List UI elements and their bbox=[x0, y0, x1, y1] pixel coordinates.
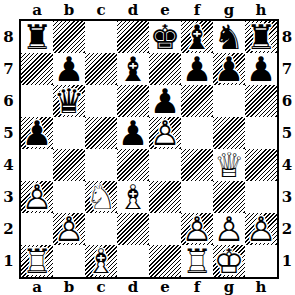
square-c5[interactable] bbox=[85, 117, 117, 149]
rank-label-right-3: 3 bbox=[279, 181, 295, 213]
rank-label-right-4: 4 bbox=[279, 149, 295, 181]
square-a5[interactable]: ♟♟ bbox=[21, 117, 53, 149]
file-labels-bottom: abcdefgh bbox=[21, 279, 277, 295]
square-b2[interactable]: ♟♙ bbox=[53, 213, 85, 245]
piece-glyph: ♟ bbox=[213, 53, 245, 85]
piece-glyph: ♖ bbox=[181, 245, 213, 277]
rank-label-left-3: 3 bbox=[0, 181, 17, 213]
square-g6[interactable] bbox=[213, 85, 245, 117]
chess-diagram: abcdefgh 87654321 ♜♜♚♚♝♝♞♞♜♜♟♟♝♝♟♟♟♟♟♟♛♛… bbox=[0, 0, 295, 295]
piece-glyph: ♟ bbox=[181, 53, 213, 85]
rank-label-left-4: 4 bbox=[0, 149, 17, 181]
square-c8[interactable] bbox=[85, 21, 117, 53]
file-label-bottom-c: c bbox=[85, 279, 117, 295]
square-f6[interactable] bbox=[181, 85, 213, 117]
square-d5[interactable]: ♟♟ bbox=[117, 117, 149, 149]
piece-white-pawn[interactable]: ♟♙ bbox=[149, 117, 181, 149]
piece-glyph: ♗ bbox=[117, 181, 149, 213]
rank-labels-left: 87654321 bbox=[0, 21, 17, 277]
rank-label-right-7: 7 bbox=[279, 53, 295, 85]
square-c6[interactable] bbox=[85, 85, 117, 117]
piece-black-bishop[interactable]: ♝♝ bbox=[117, 53, 149, 85]
chess-board: ♜♜♚♚♝♝♞♞♜♜♟♟♝♝♟♟♟♟♟♟♛♛♟♟♟♟♟♟♟♙♛♕♟♙♞♘♝♗♟♙… bbox=[19, 19, 279, 279]
piece-glyph: ♟ bbox=[117, 117, 149, 149]
piece-glyph: ♙ bbox=[245, 213, 277, 245]
piece-white-bishop[interactable]: ♝♗ bbox=[117, 181, 149, 213]
square-e2[interactable] bbox=[149, 213, 181, 245]
piece-black-pawn[interactable]: ♟♟ bbox=[21, 117, 53, 149]
square-g4[interactable]: ♛♕ bbox=[213, 149, 245, 181]
piece-black-pawn[interactable]: ♟♟ bbox=[245, 53, 277, 85]
square-f4[interactable] bbox=[181, 149, 213, 181]
square-b4[interactable] bbox=[53, 149, 85, 181]
square-b1[interactable] bbox=[53, 245, 85, 277]
piece-glyph: ♕ bbox=[213, 149, 245, 181]
square-e3[interactable] bbox=[149, 181, 181, 213]
square-a8[interactable]: ♜♜ bbox=[21, 21, 53, 53]
rank-label-right-6: 6 bbox=[279, 85, 295, 117]
square-h7[interactable]: ♟♟ bbox=[245, 53, 277, 85]
square-g7[interactable]: ♟♟ bbox=[213, 53, 245, 85]
piece-black-king[interactable]: ♚♚ bbox=[149, 21, 181, 53]
piece-white-bishop[interactable]: ♝♗ bbox=[85, 245, 117, 277]
piece-white-rook[interactable]: ♜♖ bbox=[181, 245, 213, 277]
square-e1[interactable] bbox=[149, 245, 181, 277]
file-label-top-b: b bbox=[53, 0, 85, 19]
square-c7[interactable] bbox=[85, 53, 117, 85]
file-label-top-d: d bbox=[117, 0, 149, 19]
rank-label-right-8: 8 bbox=[279, 21, 295, 53]
square-b5[interactable] bbox=[53, 117, 85, 149]
piece-glyph: ♟ bbox=[21, 117, 53, 149]
piece-glyph: ♙ bbox=[149, 117, 181, 149]
piece-black-queen[interactable]: ♛♛ bbox=[53, 85, 85, 117]
file-label-bottom-e: e bbox=[149, 279, 181, 295]
rank-label-left-5: 5 bbox=[0, 117, 17, 149]
rank-label-right-2: 2 bbox=[279, 213, 295, 245]
square-f7[interactable]: ♟♟ bbox=[181, 53, 213, 85]
piece-white-queen[interactable]: ♛♕ bbox=[213, 149, 245, 181]
file-label-bottom-f: f bbox=[181, 279, 213, 295]
piece-black-pawn[interactable]: ♟♟ bbox=[117, 117, 149, 149]
piece-black-pawn[interactable]: ♟♟ bbox=[213, 53, 245, 85]
square-e4[interactable] bbox=[149, 149, 181, 181]
piece-glyph: ♜ bbox=[21, 21, 53, 53]
piece-glyph: ♖ bbox=[21, 245, 53, 277]
piece-glyph: ♚ bbox=[149, 21, 181, 53]
piece-glyph: ♘ bbox=[85, 181, 117, 213]
piece-white-pawn[interactable]: ♟♙ bbox=[245, 213, 277, 245]
file-label-bottom-d: d bbox=[117, 279, 149, 295]
piece-glyph: ♔ bbox=[213, 245, 245, 277]
square-d1[interactable] bbox=[117, 245, 149, 277]
square-e8[interactable]: ♚♚ bbox=[149, 21, 181, 53]
square-d7[interactable]: ♝♝ bbox=[117, 53, 149, 85]
square-a7[interactable] bbox=[21, 53, 53, 85]
rank-label-left-7: 7 bbox=[0, 53, 17, 85]
square-h4[interactable] bbox=[245, 149, 277, 181]
rank-label-right-1: 1 bbox=[279, 245, 295, 277]
square-h1[interactable] bbox=[245, 245, 277, 277]
rank-labels-right: 87654321 bbox=[279, 21, 295, 277]
piece-black-rook[interactable]: ♜♜ bbox=[21, 21, 53, 53]
file-label-bottom-g: g bbox=[213, 279, 245, 295]
rank-label-left-6: 6 bbox=[0, 85, 17, 117]
piece-white-king[interactable]: ♚♔ bbox=[213, 245, 245, 277]
piece-black-pawn[interactable]: ♟♟ bbox=[181, 53, 213, 85]
piece-white-knight[interactable]: ♞♘ bbox=[85, 181, 117, 213]
piece-glyph: ♙ bbox=[21, 181, 53, 213]
file-label-bottom-a: a bbox=[21, 279, 53, 295]
square-h2[interactable]: ♟♙ bbox=[245, 213, 277, 245]
square-h5[interactable] bbox=[245, 117, 277, 149]
piece-glyph: ♝ bbox=[117, 53, 149, 85]
square-c1[interactable]: ♝♗ bbox=[85, 245, 117, 277]
piece-white-pawn[interactable]: ♟♙ bbox=[53, 213, 85, 245]
square-d2[interactable] bbox=[117, 213, 149, 245]
file-label-bottom-h: h bbox=[245, 279, 277, 295]
rank-label-left-8: 8 bbox=[0, 21, 17, 53]
piece-glyph: ♛ bbox=[53, 85, 85, 117]
piece-white-pawn[interactable]: ♟♙ bbox=[21, 181, 53, 213]
piece-glyph: ♗ bbox=[85, 245, 117, 277]
file-label-top-c: c bbox=[85, 0, 117, 19]
square-h6[interactable] bbox=[245, 85, 277, 117]
piece-glyph: ♙ bbox=[53, 213, 85, 245]
piece-glyph: ♟ bbox=[245, 53, 277, 85]
file-label-bottom-b: b bbox=[53, 279, 85, 295]
square-b6[interactable]: ♛♛ bbox=[53, 85, 85, 117]
piece-white-rook[interactable]: ♜♖ bbox=[21, 245, 53, 277]
rank-label-left-1: 1 bbox=[0, 245, 17, 277]
square-d3[interactable]: ♝♗ bbox=[117, 181, 149, 213]
square-g1[interactable]: ♚♔ bbox=[213, 245, 245, 277]
square-f1[interactable]: ♜♖ bbox=[181, 245, 213, 277]
rank-label-left-2: 2 bbox=[0, 213, 17, 245]
square-e5[interactable]: ♟♙ bbox=[149, 117, 181, 149]
square-a1[interactable]: ♜♖ bbox=[21, 245, 53, 277]
square-a3[interactable]: ♟♙ bbox=[21, 181, 53, 213]
square-c3[interactable]: ♞♘ bbox=[85, 181, 117, 213]
rank-label-right-5: 5 bbox=[279, 117, 295, 149]
square-f5[interactable] bbox=[181, 117, 213, 149]
